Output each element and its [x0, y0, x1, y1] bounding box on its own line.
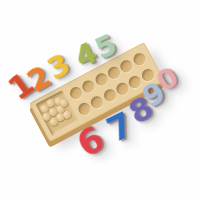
number-piece-6[interactable]: 6: [72, 121, 111, 163]
counting-hollow[interactable]: [81, 78, 97, 94]
counting-hollow[interactable]: [89, 94, 105, 110]
counting-board-scene: 1 2 3 4 5 6 7 8 9 0: [0, 0, 200, 200]
counting-hollow[interactable]: [131, 51, 147, 67]
counting-hollow[interactable]: [119, 58, 135, 74]
